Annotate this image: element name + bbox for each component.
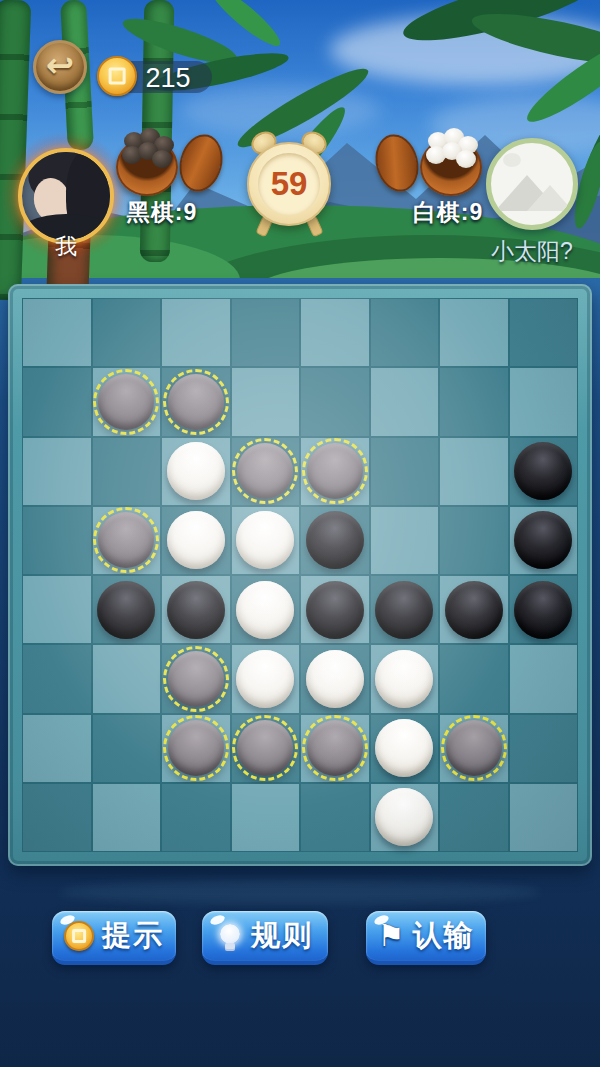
cell-g7[interactable] xyxy=(440,715,508,782)
cell-e5[interactable] xyxy=(301,576,369,643)
hint-disc[interactable] xyxy=(168,374,224,430)
rules-button[interactable]: 规则 xyxy=(202,911,328,965)
white-disc xyxy=(306,650,364,708)
white-disc xyxy=(375,788,433,846)
white-player-avatar[interactable] xyxy=(486,138,578,230)
black-stone-bowl xyxy=(116,130,220,206)
black-player-name: 我 xyxy=(30,232,102,262)
hint-disc[interactable] xyxy=(307,720,363,776)
cell-g5[interactable] xyxy=(440,576,508,643)
cell-f6[interactable] xyxy=(371,645,439,712)
cell-a7[interactable] xyxy=(23,715,91,782)
hint-disc[interactable] xyxy=(237,443,293,499)
cell-c4[interactable] xyxy=(162,507,230,574)
white-disc xyxy=(236,511,294,569)
cell-c1[interactable] xyxy=(162,299,230,366)
turn-timer-clock: 59 xyxy=(243,128,335,232)
cell-d5[interactable] xyxy=(232,576,300,643)
hint-button-label: 提示 xyxy=(102,916,164,956)
cell-b8[interactable] xyxy=(93,784,161,851)
flag-icon: ⚑ xyxy=(378,921,405,951)
cell-f1[interactable] xyxy=(371,299,439,366)
cell-a6[interactable] xyxy=(23,645,91,712)
white-disc xyxy=(375,719,433,777)
black-disc xyxy=(97,581,155,639)
cell-f7[interactable] xyxy=(371,715,439,782)
black-disc xyxy=(306,511,364,569)
back-button[interactable]: ↩ xyxy=(33,40,87,94)
cell-d3[interactable] xyxy=(232,438,300,505)
black-disc xyxy=(514,442,572,500)
cell-g4[interactable] xyxy=(440,507,508,574)
white-disc xyxy=(375,650,433,708)
hint-button[interactable]: 提示 xyxy=(52,911,176,965)
cell-b1[interactable] xyxy=(93,299,161,366)
cell-b2[interactable] xyxy=(93,368,161,435)
cell-f5[interactable] xyxy=(371,576,439,643)
rules-button-label: 规则 xyxy=(251,916,313,956)
hint-disc[interactable] xyxy=(98,374,154,430)
cell-g6[interactable] xyxy=(440,645,508,712)
bulb-icon xyxy=(217,922,243,950)
cell-b3[interactable] xyxy=(93,438,161,505)
cell-f3[interactable] xyxy=(371,438,439,505)
cell-g3[interactable] xyxy=(440,438,508,505)
black-disc xyxy=(514,511,572,569)
cell-e2[interactable] xyxy=(301,368,369,435)
othello-board xyxy=(8,284,592,866)
white-player-name: 小太阳? xyxy=(472,236,592,267)
cell-c8[interactable] xyxy=(162,784,230,851)
cell-h5[interactable] xyxy=(510,576,578,643)
white-disc xyxy=(167,511,225,569)
water-highlight xyxy=(60,880,540,904)
cell-a5[interactable] xyxy=(23,576,91,643)
cell-e1[interactable] xyxy=(301,299,369,366)
white-disc xyxy=(236,581,294,639)
cell-h4[interactable] xyxy=(510,507,578,574)
white-stone xyxy=(456,150,476,168)
black-disc xyxy=(445,581,503,639)
cell-h7[interactable] xyxy=(510,715,578,782)
cell-a8[interactable] xyxy=(23,784,91,851)
cell-c3[interactable] xyxy=(162,438,230,505)
bowl-lid xyxy=(370,130,425,196)
cell-h3[interactable] xyxy=(510,438,578,505)
cell-f2[interactable] xyxy=(371,368,439,435)
cell-h6[interactable] xyxy=(510,645,578,712)
cell-c5[interactable] xyxy=(162,576,230,643)
clock-body: 59 xyxy=(247,142,331,226)
cell-d6[interactable] xyxy=(232,645,300,712)
black-disc xyxy=(306,581,364,639)
cell-f4[interactable] xyxy=(371,507,439,574)
cell-e7[interactable] xyxy=(301,715,369,782)
cell-h2[interactable] xyxy=(510,368,578,435)
cell-c2[interactable] xyxy=(162,368,230,435)
hint-disc[interactable] xyxy=(98,512,154,568)
cell-b5[interactable] xyxy=(93,576,161,643)
cell-f8[interactable] xyxy=(371,784,439,851)
cell-e4[interactable] xyxy=(301,507,369,574)
cell-a4[interactable] xyxy=(23,507,91,574)
cell-d7[interactable] xyxy=(232,715,300,782)
timer-seconds: 59 xyxy=(271,165,308,203)
cell-d2[interactable] xyxy=(232,368,300,435)
resign-button[interactable]: ⚑ 认输 xyxy=(366,911,486,965)
hint-disc[interactable] xyxy=(168,651,224,707)
hint-disc[interactable] xyxy=(307,443,363,499)
black-disc xyxy=(375,581,433,639)
cell-d4[interactable] xyxy=(232,507,300,574)
cell-e6[interactable] xyxy=(301,645,369,712)
black-player-avatar[interactable] xyxy=(18,148,114,244)
hint-disc[interactable] xyxy=(237,720,293,776)
board-grid xyxy=(22,298,578,852)
cell-h1[interactable] xyxy=(510,299,578,366)
black-stone xyxy=(152,150,172,168)
resign-button-label: 认输 xyxy=(412,916,474,956)
cell-g2[interactable] xyxy=(440,368,508,435)
cell-a1[interactable] xyxy=(23,299,91,366)
clock-face: 59 xyxy=(258,153,320,215)
coin-icon xyxy=(64,921,94,951)
cell-g1[interactable] xyxy=(440,299,508,366)
cell-g8[interactable] xyxy=(440,784,508,851)
cell-c6[interactable] xyxy=(162,645,230,712)
cell-a2[interactable] xyxy=(23,368,91,435)
cell-d1[interactable] xyxy=(232,299,300,366)
cell-a3[interactable] xyxy=(23,438,91,505)
avatar-placeholder-cloud xyxy=(503,153,521,167)
coin-balance: 215 xyxy=(130,63,206,94)
cell-c7[interactable] xyxy=(162,715,230,782)
cell-b7[interactable] xyxy=(93,715,161,782)
cell-d8[interactable] xyxy=(232,784,300,851)
hint-disc[interactable] xyxy=(168,720,224,776)
white-disc xyxy=(236,650,294,708)
white-disc xyxy=(167,442,225,500)
cell-h8[interactable] xyxy=(510,784,578,851)
cell-e3[interactable] xyxy=(301,438,369,505)
cell-b6[interactable] xyxy=(93,645,161,712)
cell-e8[interactable] xyxy=(301,784,369,851)
black-disc xyxy=(514,581,572,639)
black-disc xyxy=(167,581,225,639)
back-arrow-icon: ↩ xyxy=(46,48,75,82)
game-screen: ↩ 215 我 黑棋:9 59 xyxy=(0,0,600,1067)
hint-disc[interactable] xyxy=(446,720,502,776)
white-stone-bowl xyxy=(378,130,482,206)
black-count-label: 黑棋:9 xyxy=(92,197,232,228)
cell-b4[interactable] xyxy=(93,507,161,574)
